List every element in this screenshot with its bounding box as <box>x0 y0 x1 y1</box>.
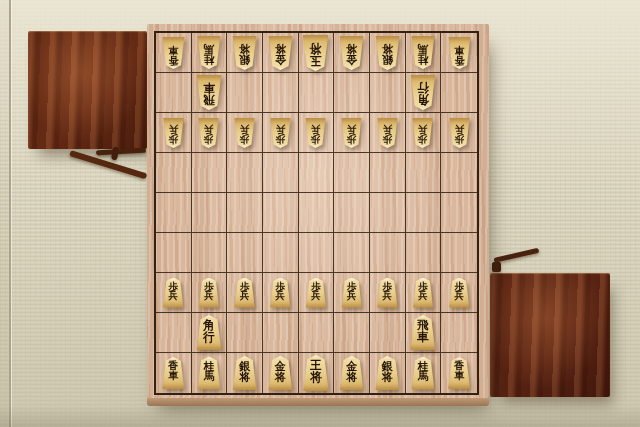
piece-kanji: 歩兵 <box>411 278 434 308</box>
board-cell[interactable] <box>299 73 335 113</box>
board-cell[interactable]: 歩兵 <box>406 273 442 313</box>
piece-pawn-gote[interactable]: 歩兵 <box>376 118 399 148</box>
piece-gold-gote[interactable]: 金将 <box>338 36 365 70</box>
piece-king-gote[interactable]: 玉将 <box>301 35 330 71</box>
piece-kanji: 桂馬 <box>196 36 222 69</box>
kanji-char: 馬 <box>418 43 429 54</box>
board-cell[interactable] <box>334 233 370 273</box>
kanji-char: 兵 <box>276 291 286 301</box>
board-cell[interactable]: 歩兵 <box>334 273 370 313</box>
board-cell[interactable] <box>370 233 406 273</box>
board-cell[interactable] <box>441 193 477 233</box>
piece-bishop-gote[interactable]: 角行 <box>409 75 437 110</box>
piece-pawn-gote[interactable]: 歩兵 <box>162 118 185 148</box>
board-cell[interactable] <box>192 153 228 193</box>
piece-gold-sente[interactable]: 金将 <box>338 356 365 390</box>
board-cell[interactable] <box>370 193 406 233</box>
board-cell[interactable]: 歩兵 <box>227 113 263 153</box>
piece-pawn-sente[interactable]: 歩兵 <box>162 278 185 308</box>
board-cell[interactable]: 歩兵 <box>192 273 228 313</box>
piece-kanji: 金将 <box>267 356 294 390</box>
kanji-char: 将 <box>310 42 322 54</box>
board-cell[interactable] <box>156 153 192 193</box>
piece-gold-gote[interactable]: 金将 <box>267 36 294 70</box>
piece-kanji: 歩兵 <box>376 278 399 308</box>
board-cell[interactable]: 角行 <box>406 73 442 113</box>
board-cell[interactable] <box>299 313 335 353</box>
board-cell[interactable]: 桂馬 <box>406 33 442 73</box>
kanji-char: 馬 <box>418 371 429 382</box>
kanji-char: 将 <box>239 42 250 54</box>
piece-kanji: 歩兵 <box>411 118 434 148</box>
piece-kanji: 歩兵 <box>340 118 363 148</box>
board-cell[interactable]: 角行 <box>192 313 228 353</box>
piece-gold-sente[interactable]: 金将 <box>267 356 294 390</box>
piece-kanji: 歩兵 <box>197 118 220 148</box>
piece-pawn-gote[interactable]: 歩兵 <box>304 118 327 148</box>
piece-kanji: 歩兵 <box>376 118 399 148</box>
piece-kanji: 歩兵 <box>233 118 256 148</box>
kanji-char: 将 <box>275 372 286 384</box>
kanji-char: 将 <box>346 42 357 54</box>
kanji-char: 車 <box>454 371 464 382</box>
board-cell[interactable] <box>334 73 370 113</box>
piece-pawn-sente[interactable]: 歩兵 <box>304 278 327 308</box>
board-cell[interactable] <box>441 73 477 113</box>
kanji-char: 桂 <box>418 54 429 65</box>
board-cell[interactable] <box>406 153 442 193</box>
board-cell[interactable] <box>263 153 299 193</box>
board-cell[interactable]: 歩兵 <box>299 273 335 313</box>
board-cell[interactable]: 歩兵 <box>299 113 335 153</box>
board-cell[interactable] <box>227 313 263 353</box>
piece-king-sente[interactable]: 王将 <box>301 355 330 391</box>
board-cell[interactable]: 歩兵 <box>227 273 263 313</box>
board-cell[interactable]: 香車 <box>156 353 192 393</box>
board-cell[interactable] <box>156 313 192 353</box>
board-grid: 香車桂馬銀将金将玉将金将銀将桂馬香車飛車角行歩兵歩兵歩兵歩兵歩兵歩兵歩兵歩兵歩兵… <box>154 31 479 395</box>
kanji-char: 兵 <box>383 291 393 301</box>
tatami-background: 香車桂馬銀将金将玉将金将銀将桂馬香車飛車角行歩兵歩兵歩兵歩兵歩兵歩兵歩兵歩兵歩兵… <box>0 0 640 427</box>
piece-kanji: 香車 <box>447 37 472 69</box>
piece-rook-gote[interactable]: 飛車 <box>195 75 223 110</box>
board-cell[interactable] <box>192 193 228 233</box>
piece-kanji: 歩兵 <box>448 278 471 308</box>
floor-shadow <box>0 405 640 427</box>
piece-kanji: 歩兵 <box>233 278 256 308</box>
kanji-char: 車 <box>203 81 215 93</box>
piece-rook-sente[interactable]: 飛車 <box>409 315 437 350</box>
board-cell[interactable] <box>227 233 263 273</box>
board-cell[interactable]: 金将 <box>334 33 370 73</box>
tatami-seam <box>9 0 11 427</box>
board-cell[interactable] <box>263 193 299 233</box>
piece-kanji: 歩兵 <box>304 118 327 148</box>
board-cell[interactable]: 香車 <box>441 33 477 73</box>
kanji-char: 車 <box>168 44 178 55</box>
kanji-char: 兵 <box>311 291 321 301</box>
komadai-sente-foot <box>492 262 501 272</box>
piece-kanji: 玉将 <box>301 35 330 71</box>
board-cell[interactable] <box>299 153 335 193</box>
board-cell[interactable]: 銀将 <box>370 353 406 393</box>
board-cell[interactable]: 桂馬 <box>406 353 442 393</box>
board-cell[interactable]: 銀将 <box>227 353 263 393</box>
board-cell[interactable] <box>370 313 406 353</box>
piece-kanji: 金将 <box>338 36 365 70</box>
piece-silver-gote[interactable]: 銀将 <box>231 36 258 70</box>
piece-kanji: 桂馬 <box>410 357 436 390</box>
kanji-char: 将 <box>239 372 250 384</box>
piece-pawn-sente[interactable]: 歩兵 <box>448 278 471 308</box>
piece-knight-gote[interactable]: 桂馬 <box>196 36 222 69</box>
board-cell[interactable]: 玉将 <box>299 33 335 73</box>
piece-lance-sente[interactable]: 香車 <box>447 357 472 389</box>
board-cell[interactable]: 金将 <box>263 33 299 73</box>
piece-pawn-sente[interactable]: 歩兵 <box>197 278 220 308</box>
kanji-char: 兵 <box>169 124 179 134</box>
kanji-char: 行 <box>203 331 215 343</box>
board-cell[interactable]: 飛車 <box>406 313 442 353</box>
board-cell[interactable] <box>334 313 370 353</box>
kanji-char: 行 <box>417 81 429 93</box>
board-cell[interactable] <box>263 313 299 353</box>
piece-pawn-gote[interactable]: 歩兵 <box>340 118 363 148</box>
board-cell[interactable] <box>406 193 442 233</box>
board-cell[interactable] <box>334 153 370 193</box>
piece-kanji: 飛車 <box>195 75 223 110</box>
kanji-char: 将 <box>275 42 286 54</box>
piece-pawn-sente[interactable]: 歩兵 <box>233 278 256 308</box>
piece-kanji: 金将 <box>338 356 365 390</box>
board-cell[interactable]: 金将 <box>263 353 299 393</box>
kanji-char: 兵 <box>454 291 464 301</box>
piece-pawn-gote[interactable]: 歩兵 <box>448 118 471 148</box>
piece-knight-sente[interactable]: 桂馬 <box>410 357 436 390</box>
komadai-sente[interactable] <box>490 273 610 397</box>
kanji-char: 桂 <box>204 54 215 65</box>
piece-silver-gote[interactable]: 銀将 <box>374 36 401 70</box>
kanji-char: 兵 <box>347 291 357 301</box>
board-cell[interactable] <box>227 153 263 193</box>
kanji-char: 将 <box>382 42 393 54</box>
komadai-sente-leg <box>493 248 539 263</box>
piece-pawn-sente[interactable]: 歩兵 <box>269 278 292 308</box>
piece-kanji: 歩兵 <box>162 278 185 308</box>
board-cell[interactable]: 歩兵 <box>441 273 477 313</box>
board-cell[interactable]: 飛車 <box>192 73 228 113</box>
board-cell[interactable]: 歩兵 <box>370 113 406 153</box>
board-cell[interactable] <box>156 73 192 113</box>
piece-kanji: 王将 <box>301 355 330 391</box>
komadai-gote[interactable] <box>28 31 147 149</box>
piece-pawn-gote[interactable]: 歩兵 <box>233 118 256 148</box>
komadai-gote-post <box>111 147 119 161</box>
board-cell[interactable]: 金将 <box>334 353 370 393</box>
piece-pawn-sente[interactable]: 歩兵 <box>376 278 399 308</box>
piece-kanji: 角行 <box>409 75 437 110</box>
board-cell[interactable]: 銀将 <box>227 33 263 73</box>
piece-kanji: 桂馬 <box>410 36 436 69</box>
board-cell[interactable] <box>227 73 263 113</box>
board-cell[interactable] <box>299 193 335 233</box>
board-cell[interactable]: 銀将 <box>370 33 406 73</box>
piece-kanji: 桂馬 <box>196 357 222 390</box>
piece-pawn-sente[interactable]: 歩兵 <box>340 278 363 308</box>
piece-kanji: 歩兵 <box>304 278 327 308</box>
piece-pawn-gote[interactable]: 歩兵 <box>197 118 220 148</box>
board-cell[interactable] <box>370 153 406 193</box>
piece-kanji: 歩兵 <box>197 278 220 308</box>
kanji-char: 兵 <box>418 291 428 301</box>
board-cell[interactable]: 歩兵 <box>263 113 299 153</box>
board-cell[interactable]: 歩兵 <box>406 113 442 153</box>
piece-bishop-sente[interactable]: 角行 <box>195 315 223 350</box>
kanji-char: 車 <box>417 331 429 343</box>
kanji-char: 兵 <box>454 124 464 134</box>
piece-kanji: 歩兵 <box>269 278 292 308</box>
board-cell[interactable] <box>334 193 370 233</box>
piece-kanji: 角行 <box>195 315 223 350</box>
kanji-char: 兵 <box>240 124 250 134</box>
piece-kanji: 香車 <box>161 37 186 69</box>
piece-lance-gote[interactable]: 香車 <box>447 37 472 69</box>
board-cell[interactable] <box>441 313 477 353</box>
board-cell[interactable]: 王将 <box>299 353 335 393</box>
board-cell[interactable] <box>156 193 192 233</box>
kanji-char: 兵 <box>347 124 357 134</box>
kanji-char: 兵 <box>204 124 214 134</box>
board-cell[interactable]: 香車 <box>156 33 192 73</box>
kanji-char: 馬 <box>204 43 215 54</box>
kanji-char: 将 <box>310 371 322 383</box>
board-cell[interactable] <box>370 73 406 113</box>
piece-pawn-sente[interactable]: 歩兵 <box>411 278 434 308</box>
piece-kanji: 歩兵 <box>269 118 292 148</box>
piece-kanji: 歩兵 <box>448 118 471 148</box>
kanji-char: 将 <box>382 372 393 384</box>
board-cell[interactable]: 桂馬 <box>192 353 228 393</box>
board-cell[interactable] <box>227 193 263 233</box>
board-cell[interactable] <box>299 233 335 273</box>
kanji-char: 兵 <box>311 124 321 134</box>
board-cell[interactable] <box>192 233 228 273</box>
board-cell[interactable]: 歩兵 <box>156 113 192 153</box>
piece-pawn-gote[interactable]: 歩兵 <box>269 118 292 148</box>
board-cell[interactable]: 歩兵 <box>441 113 477 153</box>
shogi-board: 香車桂馬銀将金将玉将金将銀将桂馬香車飛車角行歩兵歩兵歩兵歩兵歩兵歩兵歩兵歩兵歩兵… <box>147 24 489 398</box>
board-cell[interactable]: 歩兵 <box>334 113 370 153</box>
piece-kanji: 飛車 <box>409 315 437 350</box>
piece-knight-sente[interactable]: 桂馬 <box>196 357 222 390</box>
kanji-char: 兵 <box>204 291 214 301</box>
piece-lance-gote[interactable]: 香車 <box>161 37 186 69</box>
board-cell[interactable] <box>263 73 299 113</box>
piece-kanji: 香車 <box>161 357 186 389</box>
piece-silver-sente[interactable]: 銀将 <box>231 356 258 390</box>
kanji-char: 兵 <box>169 291 179 301</box>
board-cell[interactable] <box>156 233 192 273</box>
kanji-char: 兵 <box>383 124 393 134</box>
kanji-char: 馬 <box>204 371 215 382</box>
board-cell[interactable]: 歩兵 <box>156 273 192 313</box>
board-cell[interactable] <box>406 233 442 273</box>
kanji-char: 車 <box>168 371 178 382</box>
board-cell[interactable] <box>441 233 477 273</box>
kanji-char: 将 <box>346 372 357 384</box>
piece-kanji: 金将 <box>267 36 294 70</box>
board-cell[interactable]: 歩兵 <box>263 273 299 313</box>
piece-lance-sente[interactable]: 香車 <box>161 357 186 389</box>
board-cell[interactable]: 歩兵 <box>192 113 228 153</box>
piece-kanji: 歩兵 <box>340 278 363 308</box>
piece-silver-sente[interactable]: 銀将 <box>374 356 401 390</box>
piece-kanji: 銀将 <box>231 36 258 70</box>
piece-knight-gote[interactable]: 桂馬 <box>410 36 436 69</box>
board-cell[interactable]: 歩兵 <box>370 273 406 313</box>
piece-kanji: 香車 <box>447 357 472 389</box>
kanji-char: 車 <box>454 44 464 55</box>
board-cell[interactable]: 香車 <box>441 353 477 393</box>
board-cell[interactable] <box>263 233 299 273</box>
board-cell[interactable]: 桂馬 <box>192 33 228 73</box>
kanji-char: 兵 <box>276 124 286 134</box>
piece-kanji: 銀将 <box>231 356 258 390</box>
piece-kanji: 銀将 <box>374 356 401 390</box>
kanji-char: 兵 <box>418 124 428 134</box>
piece-kanji: 歩兵 <box>162 118 185 148</box>
piece-kanji: 銀将 <box>374 36 401 70</box>
board-cell[interactable] <box>441 153 477 193</box>
piece-pawn-gote[interactable]: 歩兵 <box>411 118 434 148</box>
kanji-char: 兵 <box>240 291 250 301</box>
